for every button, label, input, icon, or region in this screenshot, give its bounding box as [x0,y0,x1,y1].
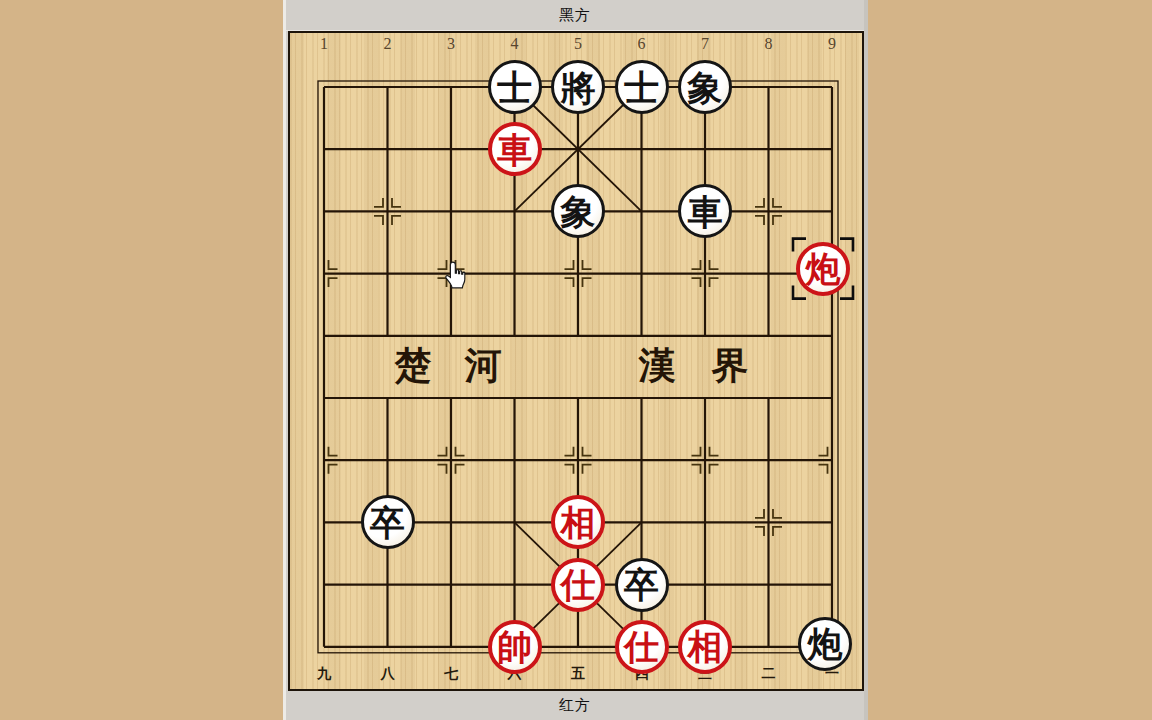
river-inscription: 河 [461,343,505,387]
piece-red-advisor[interactable]: 仕 [615,620,669,674]
file-label-top-6: 6 [625,34,659,54]
black-side-label: 黑方 [559,6,591,25]
piece-black-advisor[interactable]: 士 [615,60,669,114]
red-side-bar: 红方 [286,691,864,720]
piece-black-advisor[interactable]: 士 [488,60,542,114]
file-label-top-1: 1 [307,34,341,54]
piece-black-chariot[interactable]: 車 [678,184,732,238]
piece-red-cannon[interactable]: 炮 [796,242,850,296]
file-label-bottom-5: 五 [561,664,595,682]
piece-black-elephant[interactable]: 象 [551,184,605,238]
file-label-bottom-8: 二 [752,664,786,682]
piece-black-soldier[interactable]: 卒 [615,558,669,612]
red-side-label: 红方 [559,696,591,715]
file-label-bottom-1: 九 [307,664,341,682]
piece-red-chariot[interactable]: 車 [488,122,542,176]
piece-red-elephant[interactable]: 相 [551,495,605,549]
piece-black-elephant[interactable]: 象 [678,60,732,114]
river-inscription: 楚 [391,343,435,387]
piece-black-cannon[interactable]: 炮 [798,617,852,671]
piece-red-elephant[interactable]: 相 [678,620,732,674]
file-label-top-5: 5 [561,34,595,54]
file-label-top-4: 4 [498,34,532,54]
piece-black-soldier[interactable]: 卒 [361,495,415,549]
river-inscription: 漢 [635,343,679,387]
piece-black-general[interactable]: 將 [551,60,605,114]
piece-red-advisor[interactable]: 仕 [551,558,605,612]
xiangqi-board[interactable]: 123456789九八七六五四三二一楚河漢界士將士象車象車炮卒相仕卒帥仕相炮 [288,31,864,691]
river-inscription: 界 [708,343,752,387]
file-label-top-3: 3 [434,34,468,54]
file-label-top-2: 2 [371,34,405,54]
file-label-top-9: 9 [815,34,849,54]
black-side-bar: 黑方 [286,0,864,31]
file-label-top-8: 8 [752,34,786,54]
file-label-bottom-2: 八 [371,664,405,682]
file-label-top-7: 7 [688,34,722,54]
piece-red-general[interactable]: 帥 [488,620,542,674]
xiangqi-game-window: 黑方 123456789九八七六五四三二一楚河漢界士將士象車象車炮卒相仕卒帥仕相… [283,0,868,720]
file-label-bottom-3: 七 [434,664,468,682]
